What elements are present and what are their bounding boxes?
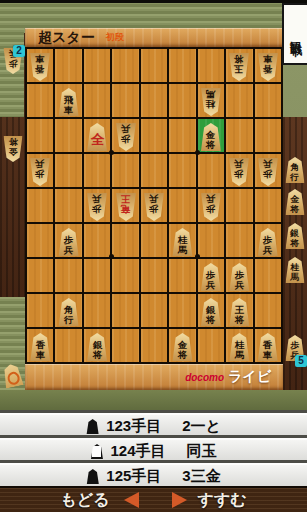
move-history-row[interactable]: 124手目同玉 [0,438,307,463]
move-number: 123手目 [106,417,161,436]
board-square[interactable] [112,329,138,362]
board-square[interactable] [198,154,224,187]
board-square[interactable] [226,224,252,257]
board-square[interactable] [169,49,195,82]
board-square[interactable]: 歩兵 [141,189,167,222]
docomo-logo: docomo [185,372,224,383]
sente-piece-icon [86,419,99,434]
board-square[interactable]: 香車 [255,49,281,82]
shogi-piece[interactable]: 歩兵 [58,228,80,256]
board-square[interactable]: 歩兵 [112,119,138,152]
shogi-piece[interactable]: 角行 [58,298,80,326]
shogi-piece[interactable]: 玉将 [228,53,250,81]
move-number: 125手目 [106,467,161,486]
board-square[interactable] [84,84,110,117]
board-square[interactable] [141,84,167,117]
board-square[interactable]: 歩兵 [198,189,224,222]
shogi-piece[interactable]: 香車 [257,53,279,81]
sente-player-name: ライビ [228,368,271,386]
shogi-piece[interactable]: 香車 [257,333,279,361]
board-square[interactable] [112,49,138,82]
captured-piece[interactable]: 角行 [285,157,306,183]
move-notation: 同玉 [187,442,217,461]
board-square[interactable]: 歩兵 [198,259,224,292]
board-square[interactable] [255,189,281,222]
move-number: 124手目 [110,442,165,461]
board-square[interactable] [255,294,281,327]
board-square[interactable]: 竜王 [112,189,138,222]
board-square[interactable] [226,119,252,152]
forward-arrow-icon[interactable] [172,492,187,508]
board-square[interactable]: 歩兵 [255,224,281,257]
board-square[interactable] [141,224,167,257]
shogi-piece[interactable]: 歩兵 [29,158,51,186]
move-history-row[interactable]: 125手目3三金 [0,463,307,488]
back-arrow-icon[interactable] [124,492,139,508]
move-notation: 2一と [182,417,221,436]
board-square[interactable]: 桂馬 [226,329,252,362]
shogi-board: 香車玉将香車飛車桂馬全歩兵金将歩兵歩兵歩兵歩兵竜王歩兵歩兵歩兵桂馬歩兵歩兵歩兵角… [25,47,283,364]
board-square[interactable]: 香車 [255,329,281,362]
board-square[interactable]: 歩兵 [55,224,81,257]
board-square[interactable] [169,84,195,117]
board-square[interactable]: 歩兵 [27,154,53,187]
shogi-app-screen: 観戦中 超スター 初段 歩兵2金将 角行金将銀将桂馬歩兵5 香車玉将香車飛車桂馬… [0,0,307,512]
board-square[interactable] [55,329,81,362]
top-border [0,0,307,3]
gote-player-bar: 超スター 初段 [25,28,307,47]
shogi-piece[interactable]: 銀将 [200,298,222,326]
board-star-point [195,254,200,259]
captured-piece[interactable]: 金将 [2,136,23,162]
board-square[interactable] [255,84,281,117]
board-square[interactable] [255,119,281,152]
board-square[interactable] [141,259,167,292]
gote-player-rank: 初段 [106,31,124,44]
board-square[interactable] [84,294,110,327]
board-square[interactable] [27,84,53,117]
captured-piece[interactable]: 桂馬 [285,257,306,283]
board-square[interactable] [169,154,195,187]
board-square[interactable]: 香車 [27,49,53,82]
board-square[interactable] [141,294,167,327]
forward-button[interactable]: すすむ [198,490,247,511]
board-square[interactable] [112,294,138,327]
shogi-piece[interactable]: 桂馬 [228,333,250,361]
shogi-piece[interactable]: 金将 [200,123,222,151]
board-square[interactable] [112,154,138,187]
sente-captured-tray: 角行金将銀将桂馬歩兵5 [283,117,307,390]
shogi-piece[interactable]: 全 [86,123,108,151]
board-square[interactable] [27,294,53,327]
board-star-point [109,150,114,155]
board-square[interactable] [169,259,195,292]
board-square[interactable] [84,224,110,257]
replay-nav-bar: もどる すすむ [0,486,307,512]
shogi-piece[interactable]: 香車 [29,53,51,81]
board-square[interactable] [55,119,81,152]
shogi-piece[interactable]: 香車 [29,333,51,361]
board-square[interactable] [169,189,195,222]
board-square[interactable] [55,189,81,222]
board-square[interactable]: 銀将 [84,329,110,362]
shogi-piece[interactable]: 歩兵 [200,193,222,221]
shogi-piece[interactable]: 歩兵 [115,123,137,151]
board-square[interactable] [27,119,53,152]
shogi-piece[interactable]: 歩兵 [257,228,279,256]
shogi-piece[interactable]: 歩兵 [200,263,222,291]
board-square[interactable] [198,224,224,257]
board-square[interactable] [198,329,224,362]
board-square[interactable] [55,154,81,187]
shogi-piece[interactable]: 金将 [171,333,193,361]
shogi-piece[interactable]: 桂馬 [200,88,222,116]
board-square[interactable] [141,329,167,362]
board-square[interactable] [169,119,195,152]
board-square[interactable] [55,49,81,82]
board-square[interactable]: 桂馬 [169,224,195,257]
board-square[interactable]: 銀将 [198,294,224,327]
board-square[interactable]: 飛車 [55,84,81,117]
board-square[interactable] [27,259,53,292]
captured-piece[interactable]: 金将 [285,189,306,215]
board-square[interactable]: 歩兵 [226,259,252,292]
shogi-piece[interactable]: 竜王 [115,193,137,221]
board-square[interactable] [169,294,195,327]
board-square[interactable] [84,154,110,187]
shogi-piece[interactable]: 桂馬 [171,228,193,256]
board-square[interactable]: 王将 [226,294,252,327]
spectating-status-badge: 観戦中 [282,3,307,65]
board-square[interactable] [198,49,224,82]
board-square[interactable] [27,189,53,222]
shogi-piece[interactable]: 飛車 [58,88,80,116]
shogi-piece[interactable]: 歩兵 [228,158,250,186]
board-square[interactable] [112,224,138,257]
shogi-piece[interactable]: 歩兵 [228,263,250,291]
board-square[interactable] [112,84,138,117]
shogi-piece[interactable]: 歩兵 [86,193,108,221]
captured-count-badge: 5 [295,355,307,367]
board-square[interactable] [84,49,110,82]
board-square[interactable] [226,189,252,222]
move-notation: 3三金 [182,467,220,486]
sente-player-bar: docomo ライビ [25,364,283,390]
board-square[interactable]: 金将 [198,119,224,152]
board-star-point [109,254,114,259]
gote-player-name: 超スター [38,29,95,47]
board-square[interactable]: 全 [84,119,110,152]
shogi-piece[interactable]: 王将 [228,298,250,326]
board-square[interactable]: 歩兵 [255,154,281,187]
board-square[interactable] [141,154,167,187]
board-square[interactable] [255,259,281,292]
captured-piece[interactable]: 銀将 [285,223,306,249]
board-square[interactable]: 桂馬 [198,84,224,117]
board-square[interactable]: 香車 [27,329,53,362]
board-square[interactable] [84,259,110,292]
captured-count-badge: 2 [13,45,25,57]
board-square[interactable] [141,119,167,152]
shogi-piece[interactable]: 歩兵 [143,193,165,221]
tatami-top-strip [0,0,307,28]
board-square[interactable] [112,259,138,292]
back-button[interactable]: もどる [60,490,109,511]
board-square[interactable] [141,49,167,82]
sente-piece-icon [86,469,99,484]
tatami-divider [0,390,307,413]
shogi-piece[interactable]: 歩兵 [257,158,279,186]
board-square[interactable] [55,259,81,292]
board-square[interactable]: 角行 [55,294,81,327]
move-history-list: 123手目2一と124手目同玉125手目3三金 [0,413,307,488]
board-square[interactable] [226,84,252,117]
board-square[interactable]: 歩兵 [226,154,252,187]
board-square[interactable]: 玉将 [226,49,252,82]
move-history-row[interactable]: 123手目2一と [0,413,307,438]
shogi-piece[interactable]: 銀将 [86,333,108,361]
board-square[interactable]: 歩兵 [84,189,110,222]
board-square[interactable]: 金将 [169,329,195,362]
gote-piece-icon [90,444,103,459]
board-square[interactable] [27,224,53,257]
board-star-point [195,150,200,155]
